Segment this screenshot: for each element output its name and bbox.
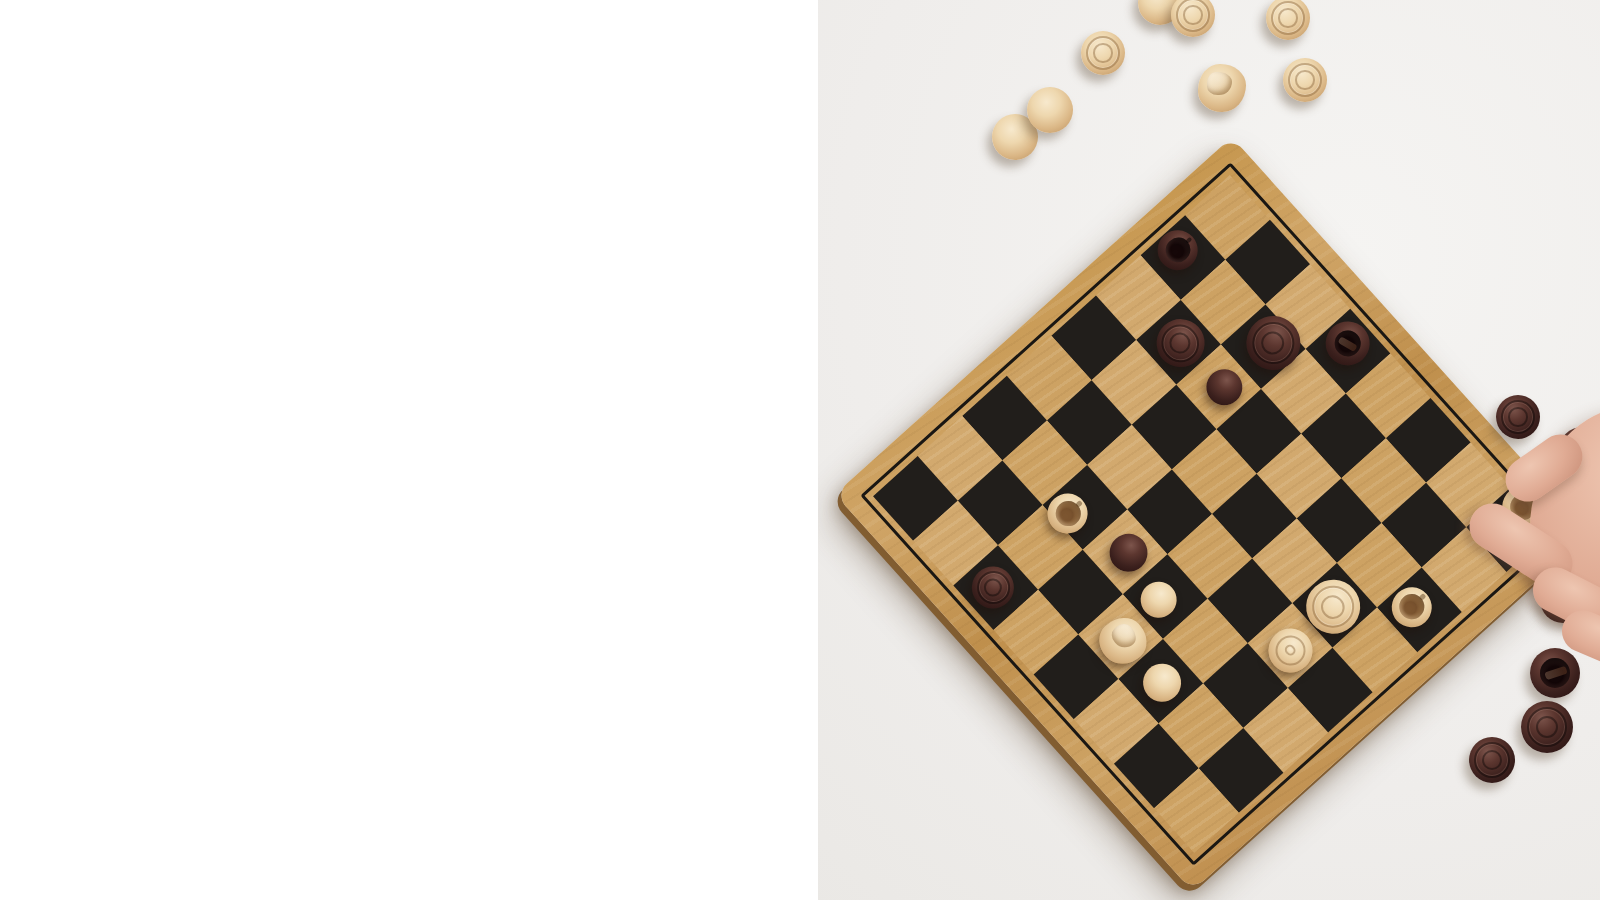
checker-piece-off-light-3[interactable] bbox=[1081, 31, 1125, 75]
checker-piece-light-2[interactable] bbox=[1133, 574, 1184, 625]
checker-piece-off-dark-4[interactable] bbox=[1530, 648, 1580, 698]
checker-piece-off-light-5[interactable] bbox=[1171, 0, 1215, 37]
checker-piece-light-7[interactable] bbox=[1384, 579, 1440, 635]
checker-piece-light-3[interactable] bbox=[1090, 609, 1155, 674]
checker-piece-dark-6[interactable] bbox=[1102, 526, 1156, 580]
photo-backdrop bbox=[818, 0, 1600, 900]
blank-left-panel bbox=[0, 0, 818, 900]
checker-piece-dark-5[interactable] bbox=[1198, 362, 1249, 413]
checker-piece-off-dark-6[interactable] bbox=[1469, 737, 1515, 783]
checker-piece-off-dark-5[interactable] bbox=[1521, 701, 1573, 753]
screenshot-canvas bbox=[0, 0, 1600, 900]
checker-piece-dark-2[interactable] bbox=[1146, 309, 1214, 377]
checker-piece-dark-7[interactable] bbox=[964, 558, 1023, 617]
checker-piece-off-light-7[interactable] bbox=[1198, 64, 1246, 112]
checker-piece-dark-1[interactable] bbox=[1150, 222, 1206, 278]
checker-piece-light-4[interactable] bbox=[1135, 656, 1189, 710]
checker-piece-dark-3[interactable] bbox=[1235, 305, 1311, 381]
checker-piece-off-light-8[interactable] bbox=[1283, 58, 1327, 102]
checker-piece-light-6[interactable] bbox=[1259, 619, 1321, 681]
checker-piece-off-dark-1[interactable] bbox=[1496, 395, 1540, 439]
checker-piece-light-5[interactable] bbox=[1295, 569, 1371, 645]
checker-piece-off-light-1[interactable] bbox=[992, 114, 1038, 160]
checker-piece-off-light-6[interactable] bbox=[1266, 0, 1310, 40]
checker-piece-light-1[interactable] bbox=[1040, 485, 1096, 541]
checker-piece-dark-4[interactable] bbox=[1316, 312, 1378, 374]
checker-piece-off-light-2[interactable] bbox=[1027, 87, 1073, 133]
checker-piece-off-light-4[interactable] bbox=[1138, 0, 1182, 25]
